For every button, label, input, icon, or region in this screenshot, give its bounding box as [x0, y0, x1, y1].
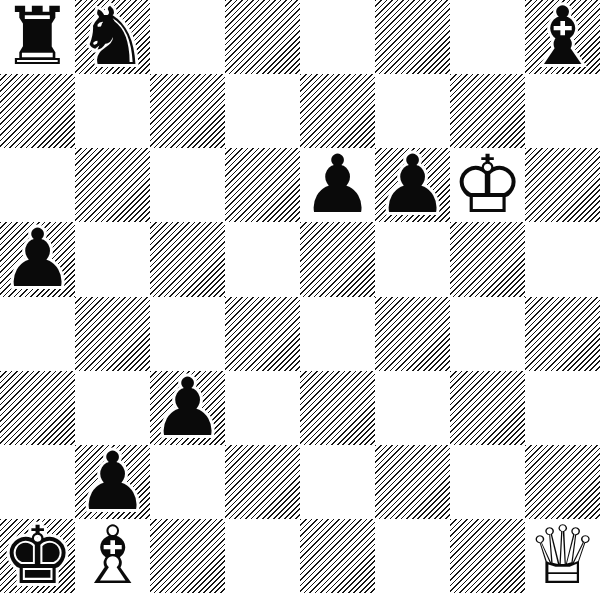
black-king[interactable]: ♚	[0, 519, 75, 593]
square-h5[interactable]	[525, 222, 600, 296]
square-d5[interactable]	[225, 222, 300, 296]
square-e3[interactable]	[300, 371, 375, 445]
square-d7[interactable]	[225, 74, 300, 148]
square-a1[interactable]: ♚♚	[0, 519, 75, 593]
chess-board: ♜♜♞♞♝♝♟♟♟♟♚♔♟♟♟♟♟♟♚♚♝♗♛♕	[0, 0, 600, 593]
square-e8[interactable]	[300, 0, 375, 74]
square-c6[interactable]	[150, 148, 225, 222]
square-f2[interactable]	[375, 445, 450, 519]
square-h3[interactable]	[525, 371, 600, 445]
black-pawn[interactable]: ♟	[300, 148, 375, 222]
square-a6[interactable]	[0, 148, 75, 222]
square-h2[interactable]	[525, 445, 600, 519]
square-b2[interactable]: ♟♟	[75, 445, 150, 519]
square-e2[interactable]	[300, 445, 375, 519]
square-c7[interactable]	[150, 74, 225, 148]
square-a5[interactable]: ♟♟	[0, 222, 75, 296]
square-f1[interactable]	[375, 519, 450, 593]
square-h7[interactable]	[525, 74, 600, 148]
square-g2[interactable]	[450, 445, 525, 519]
square-b6[interactable]	[75, 148, 150, 222]
square-a8[interactable]: ♜♜	[0, 0, 75, 74]
square-h8[interactable]: ♝♝	[525, 0, 600, 74]
square-e7[interactable]	[300, 74, 375, 148]
square-b7[interactable]	[75, 74, 150, 148]
square-a3[interactable]	[0, 371, 75, 445]
square-g8[interactable]	[450, 0, 525, 74]
square-h6[interactable]	[525, 148, 600, 222]
square-f4[interactable]	[375, 297, 450, 371]
square-a2[interactable]	[0, 445, 75, 519]
white-bishop[interactable]: ♗	[75, 519, 150, 593]
square-d3[interactable]	[225, 371, 300, 445]
square-b1[interactable]: ♝♗	[75, 519, 150, 593]
black-rook[interactable]: ♜	[0, 0, 75, 74]
black-knight[interactable]: ♞	[75, 0, 150, 74]
white-queen[interactable]: ♕	[525, 519, 600, 593]
square-b3[interactable]	[75, 371, 150, 445]
square-e5[interactable]	[300, 222, 375, 296]
square-e4[interactable]	[300, 297, 375, 371]
black-bishop[interactable]: ♝	[525, 0, 600, 74]
square-f3[interactable]	[375, 371, 450, 445]
square-d1[interactable]	[225, 519, 300, 593]
square-f7[interactable]	[375, 74, 450, 148]
square-d6[interactable]	[225, 148, 300, 222]
square-b8[interactable]: ♞♞	[75, 0, 150, 74]
square-c5[interactable]	[150, 222, 225, 296]
white-king[interactable]: ♔	[450, 148, 525, 222]
square-g5[interactable]	[450, 222, 525, 296]
square-f8[interactable]	[375, 0, 450, 74]
square-g4[interactable]	[450, 297, 525, 371]
square-f5[interactable]	[375, 222, 450, 296]
square-h4[interactable]	[525, 297, 600, 371]
square-d8[interactable]	[225, 0, 300, 74]
square-g3[interactable]	[450, 371, 525, 445]
square-c4[interactable]	[150, 297, 225, 371]
square-c2[interactable]	[150, 445, 225, 519]
square-b5[interactable]	[75, 222, 150, 296]
square-c1[interactable]	[150, 519, 225, 593]
black-pawn[interactable]: ♟	[150, 371, 225, 445]
square-d4[interactable]	[225, 297, 300, 371]
square-c3[interactable]: ♟♟	[150, 371, 225, 445]
black-pawn[interactable]: ♟	[0, 222, 75, 296]
square-g6[interactable]: ♚♔	[450, 148, 525, 222]
square-a7[interactable]	[0, 74, 75, 148]
square-c8[interactable]	[150, 0, 225, 74]
square-a4[interactable]	[0, 297, 75, 371]
square-h1[interactable]: ♛♕	[525, 519, 600, 593]
square-b4[interactable]	[75, 297, 150, 371]
square-d2[interactable]	[225, 445, 300, 519]
square-f6[interactable]: ♟♟	[375, 148, 450, 222]
square-e6[interactable]: ♟♟	[300, 148, 375, 222]
square-g1[interactable]	[450, 519, 525, 593]
square-e1[interactable]	[300, 519, 375, 593]
black-pawn[interactable]: ♟	[75, 445, 150, 519]
square-g7[interactable]	[450, 74, 525, 148]
black-pawn[interactable]: ♟	[375, 148, 450, 222]
